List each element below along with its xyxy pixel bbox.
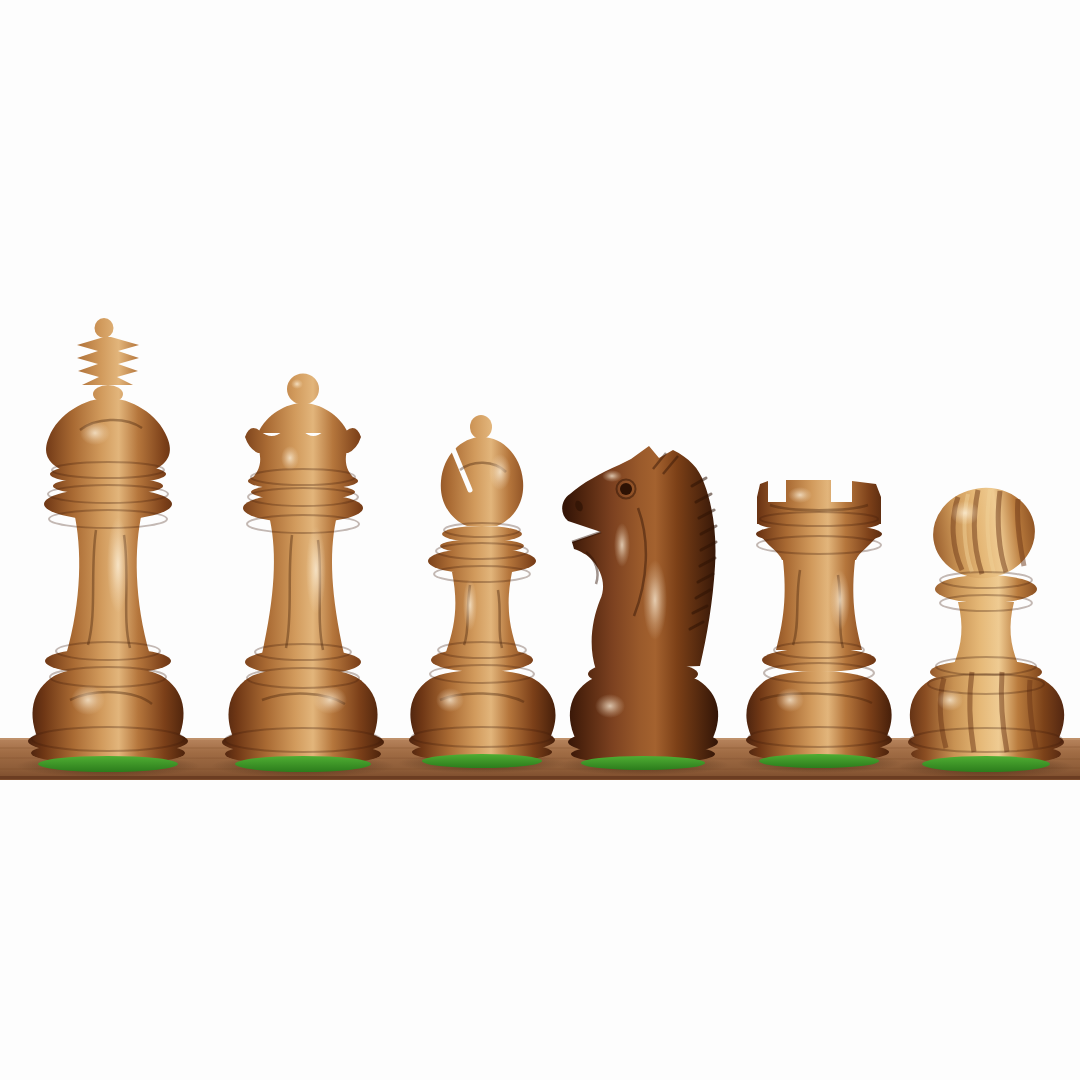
shelf-bottom-edge [0, 776, 1080, 779]
chess-pieces-photo: king queen [0, 0, 1080, 1080]
queen-stem [262, 520, 344, 654]
rook-bulge-ring [762, 648, 876, 672]
king-finial-bead [93, 385, 123, 403]
bishop-stem [446, 572, 518, 652]
pawn-felt-pad [922, 756, 1050, 772]
queen-finial-ball [287, 374, 319, 405]
bishop-tip-ball [470, 415, 492, 439]
knight-felt-pad [581, 756, 705, 770]
king-felt-pad [38, 756, 178, 772]
queen-felt-pad [235, 756, 371, 772]
king-finial-ball [95, 318, 114, 338]
knight-eye [620, 483, 632, 495]
rook-felt-pad [759, 754, 879, 768]
bishop-felt-pad [422, 754, 542, 768]
product-photo: king queen [0, 0, 1080, 1080]
background [0, 0, 1080, 1080]
